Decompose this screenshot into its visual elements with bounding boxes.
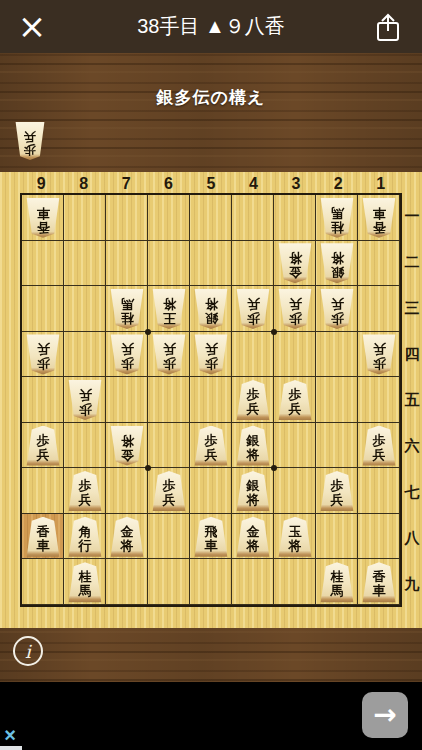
bottom-bar: → × (0, 682, 422, 750)
star-point (145, 465, 151, 471)
share-button[interactable] (368, 8, 408, 48)
square-7-2 (106, 241, 148, 287)
header: × 38手目 ▲９八香 (0, 0, 422, 53)
star-point (271, 465, 277, 471)
file-label: 4 (232, 172, 274, 193)
square-7-7 (106, 468, 148, 514)
file-label: 2 (317, 172, 359, 193)
file-label: 5 (190, 172, 232, 193)
ad-banner-fragment (0, 746, 22, 750)
square-4-1 (232, 195, 274, 241)
square-2-6 (316, 423, 358, 469)
file-label: 9 (20, 172, 62, 193)
file-label: 8 (62, 172, 104, 193)
square-2-4 (316, 332, 358, 378)
ad-close-icon[interactable]: × (1, 726, 19, 744)
square-8-4 (64, 332, 106, 378)
square-8-6 (64, 423, 106, 469)
square-2-5 (316, 377, 358, 423)
file-label: 6 (147, 172, 189, 193)
square-2-8 (316, 514, 358, 560)
square-3-1 (274, 195, 316, 241)
square-7-9 (106, 559, 148, 605)
rank-label: 四 (402, 331, 422, 377)
app-screen: × 38手目 ▲９八香 銀多伝の構え 歩兵 987654321 一二三四五六七八… (0, 0, 422, 750)
square-5-9 (190, 559, 232, 605)
piece-歩兵-gote: 歩兵 (15, 122, 45, 160)
square-4-2 (232, 241, 274, 287)
square-3-9 (274, 559, 316, 605)
page-title: 38手目 ▲９八香 (60, 0, 362, 53)
square-5-1 (190, 195, 232, 241)
square-6-5 (148, 377, 190, 423)
square-8-1 (64, 195, 106, 241)
square-7-5 (106, 377, 148, 423)
rank-label: 二 (402, 239, 422, 285)
square-5-2 (190, 241, 232, 287)
square-3-7 (274, 468, 316, 514)
rank-label: 九 (402, 561, 422, 607)
square-6-9 (148, 559, 190, 605)
square-5-5 (190, 377, 232, 423)
square-6-1 (148, 195, 190, 241)
square-9-5 (22, 377, 64, 423)
square-9-9 (22, 559, 64, 605)
square-1-3 (358, 286, 400, 332)
square-5-7 (190, 468, 232, 514)
square-1-5 (358, 377, 400, 423)
close-button[interactable]: × (8, 2, 56, 50)
square-6-6 (148, 423, 190, 469)
square-7-1 (106, 195, 148, 241)
opening-name-label: 銀多伝の構え (0, 86, 422, 109)
file-labels: 987654321 (20, 172, 402, 193)
next-move-button[interactable]: → (362, 692, 408, 738)
square-8-3 (64, 286, 106, 332)
board-panel: 987654321 一二三四五六七八九 香車桂馬香車金将銀将桂馬王将銀将歩兵歩兵… (0, 172, 422, 628)
file-label: 3 (275, 172, 317, 193)
rank-label: 三 (402, 285, 422, 331)
rank-label: 八 (402, 515, 422, 561)
rank-label: 六 (402, 423, 422, 469)
info-button[interactable]: i (13, 636, 43, 666)
square-3-6 (274, 423, 316, 469)
star-point (271, 329, 277, 335)
file-label: 7 (105, 172, 147, 193)
square-4-9 (232, 559, 274, 605)
rank-label: 一 (402, 193, 422, 239)
file-label: 1 (360, 172, 402, 193)
square-1-8 (358, 514, 400, 560)
share-icon (373, 32, 403, 47)
square-9-2 (22, 241, 64, 287)
square-9-7 (22, 468, 64, 514)
square-9-3 (22, 286, 64, 332)
square-3-4 (274, 332, 316, 378)
rank-labels: 一二三四五六七八九 (402, 193, 422, 607)
square-1-2 (358, 241, 400, 287)
rank-label: 七 (402, 469, 422, 515)
square-8-2 (64, 241, 106, 287)
star-point (145, 329, 151, 335)
square-6-8 (148, 514, 190, 560)
board-grid: 香車桂馬香車金将銀将桂馬王将銀将歩兵歩兵歩兵歩兵歩兵歩兵歩兵歩兵歩兵歩兵歩兵歩兵… (20, 193, 402, 607)
square-4-4 (232, 332, 274, 378)
square-6-2 (148, 241, 190, 287)
square-1-7 (358, 468, 400, 514)
rank-label: 五 (402, 377, 422, 423)
